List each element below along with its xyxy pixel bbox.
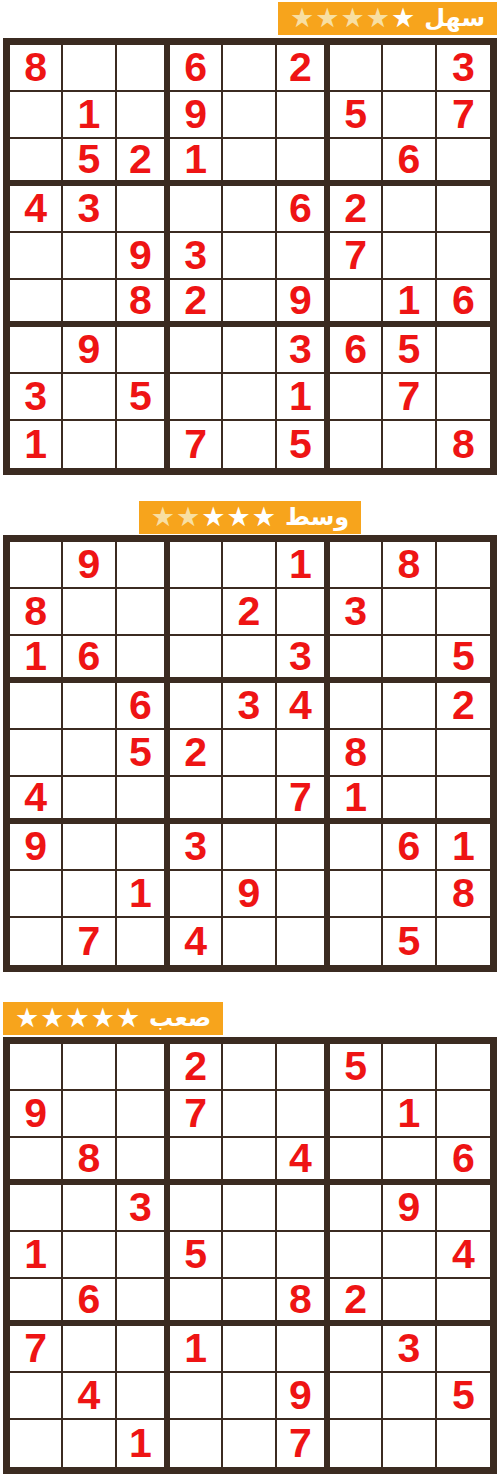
sudoku-cell[interactable] bbox=[383, 233, 436, 280]
sudoku-cell[interactable]: 2 bbox=[330, 186, 383, 233]
sudoku-cell[interactable] bbox=[117, 1326, 170, 1373]
sudoku-cell[interactable] bbox=[223, 636, 276, 683]
sudoku-cell[interactable] bbox=[277, 824, 330, 871]
sudoku-cell[interactable] bbox=[437, 730, 490, 777]
sudoku-cell[interactable]: 4 bbox=[63, 1373, 116, 1420]
sudoku-cell[interactable] bbox=[117, 824, 170, 871]
sudoku-cell[interactable]: 3 bbox=[330, 589, 383, 636]
sudoku-cell[interactable] bbox=[63, 871, 116, 918]
star-icon: ★ bbox=[252, 503, 277, 530]
sudoku-cell[interactable] bbox=[437, 542, 490, 589]
sudoku-cell[interactable] bbox=[223, 1326, 276, 1373]
sudoku-cell[interactable] bbox=[63, 1091, 116, 1138]
sudoku-cell[interactable]: 7 bbox=[277, 777, 330, 824]
star-icon: ★ bbox=[15, 1004, 40, 1031]
sudoku-cell[interactable]: 1 bbox=[10, 1232, 63, 1279]
sudoku-cell[interactable]: 1 bbox=[63, 92, 116, 139]
sudoku-cell[interactable] bbox=[170, 542, 223, 589]
difficulty-label: صعب bbox=[149, 1006, 211, 1030]
sudoku-cell[interactable]: 9 bbox=[63, 327, 116, 374]
sudoku-cell[interactable] bbox=[63, 777, 116, 824]
sudoku-cell[interactable] bbox=[223, 327, 276, 374]
sudoku-cell[interactable] bbox=[277, 589, 330, 636]
sudoku-cell[interactable] bbox=[223, 1138, 276, 1185]
sudoku-cell[interactable] bbox=[277, 1044, 330, 1091]
sudoku-cell[interactable] bbox=[383, 1044, 436, 1091]
sudoku-cell[interactable] bbox=[170, 636, 223, 683]
sudoku-cell[interactable]: 5 bbox=[437, 1373, 490, 1420]
sudoku-cell[interactable] bbox=[223, 280, 276, 327]
sudoku-cell[interactable] bbox=[330, 139, 383, 186]
sudoku-cell[interactable] bbox=[170, 683, 223, 730]
sudoku-cell[interactable] bbox=[117, 636, 170, 683]
sudoku-cell[interactable] bbox=[117, 92, 170, 139]
sudoku-cell[interactable]: 7 bbox=[437, 92, 490, 139]
sudoku-cell[interactable] bbox=[437, 186, 490, 233]
sudoku-cell[interactable]: 3 bbox=[10, 374, 63, 421]
sudoku-cell[interactable] bbox=[10, 139, 63, 186]
sudoku-cell[interactable]: 5 bbox=[330, 1044, 383, 1091]
sudoku-cell[interactable]: 3 bbox=[117, 1185, 170, 1232]
sudoku-cell[interactable] bbox=[330, 871, 383, 918]
sudoku-cell[interactable] bbox=[277, 1326, 330, 1373]
sudoku-cell[interactable]: 6 bbox=[383, 824, 436, 871]
sudoku-cell[interactable]: 5 bbox=[437, 636, 490, 683]
sudoku-cell[interactable] bbox=[223, 92, 276, 139]
sudoku-cell[interactable] bbox=[277, 918, 330, 965]
sudoku-cell[interactable]: 8 bbox=[383, 542, 436, 589]
sudoku-cell[interactable]: 7 bbox=[10, 1326, 63, 1373]
star-icon: ★ bbox=[391, 4, 416, 31]
sudoku-cell[interactable]: 5 bbox=[117, 374, 170, 421]
sudoku-cell[interactable] bbox=[277, 871, 330, 918]
sudoku-cell[interactable]: 9 bbox=[170, 92, 223, 139]
sudoku-cell[interactable]: 6 bbox=[437, 1138, 490, 1185]
sudoku-cell[interactable] bbox=[117, 542, 170, 589]
sudoku-cell[interactable]: 1 bbox=[437, 824, 490, 871]
sudoku-cell[interactable] bbox=[223, 1279, 276, 1326]
sudoku-cell[interactable] bbox=[383, 92, 436, 139]
star-icon: ★ bbox=[176, 503, 201, 530]
sudoku-cell[interactable] bbox=[277, 139, 330, 186]
sudoku-cell[interactable]: 3 bbox=[277, 636, 330, 683]
sudoku-cell[interactable] bbox=[10, 233, 63, 280]
sudoku-grid: 259718463915468271349517 bbox=[3, 1037, 497, 1474]
sudoku-cell[interactable]: 5 bbox=[63, 139, 116, 186]
sudoku-cell[interactable]: 4 bbox=[277, 1138, 330, 1185]
sudoku-cell[interactable] bbox=[437, 1091, 490, 1138]
sudoku-cell[interactable]: 5 bbox=[117, 730, 170, 777]
sudoku-cell[interactable] bbox=[10, 918, 63, 965]
sudoku-cell[interactable]: 7 bbox=[63, 918, 116, 965]
sudoku-cell[interactable] bbox=[330, 636, 383, 683]
star-icon: ★ bbox=[340, 4, 365, 31]
sudoku-cell[interactable] bbox=[170, 589, 223, 636]
sudoku-cell[interactable] bbox=[223, 542, 276, 589]
sudoku-cell[interactable] bbox=[383, 45, 436, 92]
sudoku-cell[interactable] bbox=[383, 871, 436, 918]
sudoku-cell[interactable]: 8 bbox=[117, 280, 170, 327]
sudoku-cell[interactable] bbox=[383, 1420, 436, 1467]
sudoku-cell[interactable] bbox=[437, 1044, 490, 1091]
sudoku-cell[interactable] bbox=[330, 1232, 383, 1279]
sudoku-cell[interactable]: 3 bbox=[437, 45, 490, 92]
sudoku-cell[interactable] bbox=[10, 1138, 63, 1185]
sudoku-cell[interactable]: 2 bbox=[437, 683, 490, 730]
sudoku-cell[interactable]: 2 bbox=[170, 280, 223, 327]
sudoku-cell[interactable] bbox=[330, 683, 383, 730]
sudoku-cell[interactable] bbox=[330, 1326, 383, 1373]
sudoku-cell[interactable] bbox=[170, 1185, 223, 1232]
sudoku-cell[interactable] bbox=[437, 918, 490, 965]
star-icon: ★ bbox=[290, 4, 315, 31]
sudoku-cell[interactable]: 1 bbox=[10, 421, 63, 468]
sudoku-cell[interactable]: 2 bbox=[170, 1044, 223, 1091]
sudoku-cell[interactable] bbox=[437, 1185, 490, 1232]
sudoku-cell[interactable] bbox=[63, 233, 116, 280]
sudoku-cell[interactable] bbox=[437, 1326, 490, 1373]
sudoku-cell[interactable]: 7 bbox=[330, 233, 383, 280]
sudoku-cell[interactable] bbox=[277, 233, 330, 280]
sudoku-cell[interactable] bbox=[10, 1279, 63, 1326]
sudoku-cell[interactable] bbox=[383, 1373, 436, 1420]
sudoku-cell[interactable]: 8 bbox=[63, 1138, 116, 1185]
sudoku-cell[interactable] bbox=[223, 824, 276, 871]
sudoku-cell[interactable] bbox=[330, 374, 383, 421]
star-icon: ★ bbox=[315, 4, 340, 31]
sudoku-cell[interactable]: 3 bbox=[63, 186, 116, 233]
sudoku-cell[interactable] bbox=[10, 730, 63, 777]
sudoku-cell[interactable] bbox=[63, 1326, 116, 1373]
sudoku-cell[interactable] bbox=[117, 1279, 170, 1326]
sudoku-cell[interactable]: 1 bbox=[277, 374, 330, 421]
sudoku-cell[interactable]: 3 bbox=[223, 683, 276, 730]
sudoku-cell[interactable] bbox=[63, 589, 116, 636]
sudoku-cell[interactable] bbox=[170, 1420, 223, 1467]
sudoku-cell[interactable] bbox=[223, 1232, 276, 1279]
sudoku-cell[interactable] bbox=[10, 1044, 63, 1091]
sudoku-cell[interactable] bbox=[223, 1091, 276, 1138]
sudoku-cell[interactable]: 1 bbox=[383, 280, 436, 327]
sudoku-cell[interactable]: 2 bbox=[117, 139, 170, 186]
sudoku-cell[interactable] bbox=[277, 1091, 330, 1138]
sudoku-cell[interactable]: 6 bbox=[277, 186, 330, 233]
star-icon: ★ bbox=[40, 1004, 65, 1031]
sudoku-cell[interactable] bbox=[117, 1044, 170, 1091]
sudoku-cell[interactable] bbox=[170, 327, 223, 374]
sudoku-cell[interactable] bbox=[383, 683, 436, 730]
sudoku-cell[interactable] bbox=[330, 45, 383, 92]
sudoku-cell[interactable] bbox=[223, 1373, 276, 1420]
sudoku-cell[interactable] bbox=[63, 374, 116, 421]
sudoku-cell[interactable] bbox=[383, 1138, 436, 1185]
puzzle-section-easy: ★★★★★ سهل 862319575216436293782916936535… bbox=[0, 2, 500, 475]
sudoku-cell[interactable] bbox=[437, 1279, 490, 1326]
sudoku-cell[interactable]: 9 bbox=[383, 1185, 436, 1232]
sudoku-cell[interactable]: 6 bbox=[330, 327, 383, 374]
sudoku-cell[interactable] bbox=[117, 777, 170, 824]
sudoku-cell[interactable] bbox=[63, 421, 116, 468]
sudoku-cell[interactable] bbox=[10, 542, 63, 589]
sudoku-cell[interactable] bbox=[330, 1185, 383, 1232]
sudoku-grid: 862319575216436293782916936535171758 bbox=[3, 38, 497, 475]
sudoku-cell[interactable] bbox=[383, 777, 436, 824]
sudoku-cell[interactable] bbox=[170, 777, 223, 824]
sudoku-cell[interactable]: 5 bbox=[330, 92, 383, 139]
sudoku-cell[interactable] bbox=[383, 421, 436, 468]
difficulty-label: سهل bbox=[424, 6, 485, 30]
sudoku-cell[interactable] bbox=[10, 871, 63, 918]
sudoku-cell[interactable] bbox=[10, 683, 63, 730]
sudoku-cell[interactable]: 2 bbox=[170, 730, 223, 777]
sudoku-cell[interactable] bbox=[383, 589, 436, 636]
sudoku-cell[interactable] bbox=[117, 1138, 170, 1185]
sudoku-cell[interactable] bbox=[63, 1044, 116, 1091]
badge-row-hard: ★★★★★ صعب bbox=[0, 1002, 500, 1035]
sudoku-cell[interactable] bbox=[63, 1232, 116, 1279]
sudoku-cell[interactable]: 3 bbox=[277, 327, 330, 374]
sudoku-cell[interactable] bbox=[117, 1373, 170, 1420]
star-icon: ★ bbox=[201, 503, 226, 530]
sudoku-cell[interactable]: 9 bbox=[223, 871, 276, 918]
sudoku-cell[interactable] bbox=[330, 1138, 383, 1185]
sudoku-cell[interactable]: 1 bbox=[383, 1091, 436, 1138]
sudoku-cell[interactable] bbox=[437, 777, 490, 824]
sudoku-cell[interactable]: 5 bbox=[170, 1232, 223, 1279]
puzzle-section-hard: ★★★★★ صعب 259718463915468271349517 bbox=[0, 1002, 500, 1474]
sudoku-cell[interactable]: 9 bbox=[117, 233, 170, 280]
sudoku-cell[interactable]: 1 bbox=[117, 871, 170, 918]
difficulty-stars: ★★★★★ bbox=[290, 4, 416, 31]
sudoku-cell[interactable] bbox=[383, 1279, 436, 1326]
sudoku-cell[interactable] bbox=[330, 918, 383, 965]
sudoku-cell[interactable] bbox=[277, 1185, 330, 1232]
sudoku-cell[interactable] bbox=[437, 139, 490, 186]
sudoku-cell[interactable] bbox=[223, 1044, 276, 1091]
sudoku-cell[interactable]: 9 bbox=[277, 1373, 330, 1420]
sudoku-cell[interactable] bbox=[223, 1185, 276, 1232]
sudoku-cell[interactable] bbox=[63, 45, 116, 92]
sudoku-cell[interactable]: 6 bbox=[437, 280, 490, 327]
sudoku-cell[interactable] bbox=[10, 1373, 63, 1420]
sudoku-cell[interactable]: 1 bbox=[330, 777, 383, 824]
sudoku-cell[interactable]: 4 bbox=[170, 918, 223, 965]
sudoku-cell[interactable] bbox=[223, 918, 276, 965]
difficulty-badge: ★★★★★ سهل bbox=[278, 2, 497, 35]
sudoku-cell[interactable] bbox=[277, 730, 330, 777]
sudoku-cell[interactable] bbox=[330, 824, 383, 871]
sudoku-cell[interactable]: 9 bbox=[10, 824, 63, 871]
sudoku-cell[interactable] bbox=[63, 1420, 116, 1467]
sudoku-cell[interactable] bbox=[330, 421, 383, 468]
sudoku-cell[interactable]: 2 bbox=[277, 45, 330, 92]
badge-row-easy: ★★★★★ سهل bbox=[0, 2, 500, 35]
sudoku-cell[interactable]: 6 bbox=[170, 45, 223, 92]
sudoku-cell[interactable] bbox=[223, 1420, 276, 1467]
sudoku-cell[interactable] bbox=[117, 1091, 170, 1138]
sudoku-cell[interactable] bbox=[117, 589, 170, 636]
sudoku-cell[interactable]: 3 bbox=[170, 824, 223, 871]
sudoku-cell[interactable]: 1 bbox=[170, 1326, 223, 1373]
sudoku-cell[interactable]: 2 bbox=[330, 1279, 383, 1326]
sudoku-cell[interactable]: 4 bbox=[437, 1232, 490, 1279]
sudoku-cell[interactable] bbox=[437, 327, 490, 374]
sudoku-cell[interactable] bbox=[10, 327, 63, 374]
sudoku-cell[interactable] bbox=[117, 45, 170, 92]
sudoku-cell[interactable] bbox=[223, 186, 276, 233]
sudoku-cell[interactable] bbox=[330, 280, 383, 327]
sudoku-cell[interactable]: 1 bbox=[117, 1420, 170, 1467]
sudoku-cell[interactable]: 6 bbox=[383, 139, 436, 186]
sudoku-cell[interactable] bbox=[437, 589, 490, 636]
sudoku-cell[interactable]: 5 bbox=[383, 918, 436, 965]
sudoku-cell[interactable]: 8 bbox=[437, 421, 490, 468]
difficulty-badge: ★★★★★ صعب bbox=[3, 1002, 223, 1035]
sudoku-cell[interactable] bbox=[170, 186, 223, 233]
sudoku-cell[interactable]: 1 bbox=[170, 139, 223, 186]
sudoku-cell[interactable]: 8 bbox=[10, 45, 63, 92]
star-icon: ★ bbox=[91, 1004, 116, 1031]
sudoku-cell[interactable] bbox=[170, 1138, 223, 1185]
sudoku-cell[interactable] bbox=[223, 45, 276, 92]
sudoku-cell[interactable]: 8 bbox=[330, 730, 383, 777]
sudoku-cell[interactable] bbox=[437, 1420, 490, 1467]
sudoku-cell[interactable] bbox=[277, 1232, 330, 1279]
sudoku-cell[interactable]: 8 bbox=[437, 871, 490, 918]
sudoku-cell[interactable] bbox=[63, 683, 116, 730]
sudoku-cell[interactable] bbox=[383, 1232, 436, 1279]
sudoku-cell[interactable] bbox=[10, 92, 63, 139]
sudoku-cell[interactable] bbox=[223, 139, 276, 186]
sudoku-cell[interactable]: 3 bbox=[383, 1326, 436, 1373]
sudoku-cell[interactable] bbox=[437, 233, 490, 280]
sudoku-cell[interactable] bbox=[170, 1373, 223, 1420]
sudoku-cell[interactable] bbox=[330, 1091, 383, 1138]
difficulty-label: وسط bbox=[285, 505, 349, 529]
sudoku-cell[interactable]: 5 bbox=[277, 421, 330, 468]
sudoku-cell[interactable] bbox=[117, 1232, 170, 1279]
sudoku-cell[interactable] bbox=[170, 374, 223, 421]
sudoku-cell[interactable] bbox=[117, 327, 170, 374]
sudoku-cell[interactable] bbox=[330, 1420, 383, 1467]
sudoku-grid: 918823163563425284719361198745 bbox=[3, 535, 497, 972]
badge-row-medium: ★★★★★ وسط bbox=[0, 501, 500, 534]
sudoku-cell[interactable] bbox=[437, 374, 490, 421]
sudoku-cell[interactable]: 7 bbox=[277, 1420, 330, 1467]
sudoku-cell[interactable]: 2 bbox=[223, 589, 276, 636]
sudoku-cell[interactable] bbox=[223, 421, 276, 468]
sudoku-cell[interactable] bbox=[383, 730, 436, 777]
sudoku-cell[interactable]: 6 bbox=[63, 636, 116, 683]
sudoku-cell[interactable] bbox=[223, 777, 276, 824]
sudoku-cell[interactable] bbox=[117, 918, 170, 965]
star-icon: ★ bbox=[65, 1004, 90, 1031]
sudoku-cell[interactable]: 4 bbox=[277, 683, 330, 730]
sudoku-sheet: ★★★★★ سهل 862319575216436293782916936535… bbox=[0, 0, 500, 1476]
sudoku-cell[interactable]: 9 bbox=[63, 542, 116, 589]
sudoku-cell[interactable] bbox=[383, 636, 436, 683]
sudoku-cell[interactable]: 9 bbox=[277, 280, 330, 327]
sudoku-cell[interactable]: 3 bbox=[170, 233, 223, 280]
sudoku-cell[interactable]: 7 bbox=[383, 374, 436, 421]
sudoku-cell[interactable] bbox=[170, 1279, 223, 1326]
star-icon: ★ bbox=[116, 1004, 141, 1031]
sudoku-cell[interactable] bbox=[63, 824, 116, 871]
sudoku-cell[interactable]: 1 bbox=[277, 542, 330, 589]
sudoku-cell[interactable] bbox=[117, 186, 170, 233]
sudoku-cell[interactable] bbox=[63, 730, 116, 777]
sudoku-cell[interactable]: 8 bbox=[10, 589, 63, 636]
sudoku-cell[interactable] bbox=[10, 1420, 63, 1467]
sudoku-cell[interactable]: 1 bbox=[10, 636, 63, 683]
sudoku-cell[interactable]: 4 bbox=[10, 186, 63, 233]
star-icon: ★ bbox=[151, 503, 176, 530]
sudoku-cell[interactable] bbox=[63, 280, 116, 327]
sudoku-cell[interactable] bbox=[63, 1185, 116, 1232]
sudoku-cell[interactable]: 5 bbox=[383, 327, 436, 374]
sudoku-cell[interactable]: 8 bbox=[277, 1279, 330, 1326]
sudoku-cell[interactable] bbox=[223, 730, 276, 777]
difficulty-badge: ★★★★★ وسط bbox=[139, 501, 361, 534]
star-icon: ★ bbox=[366, 4, 391, 31]
puzzle-section-medium: ★★★★★ وسط 918823163563425284719361198745 bbox=[0, 501, 500, 972]
sudoku-cell[interactable]: 6 bbox=[117, 683, 170, 730]
sudoku-cell[interactable] bbox=[223, 233, 276, 280]
sudoku-cell[interactable] bbox=[383, 186, 436, 233]
sudoku-cell[interactable]: 9 bbox=[10, 1091, 63, 1138]
sudoku-cell[interactable]: 6 bbox=[63, 1279, 116, 1326]
sudoku-cell[interactable] bbox=[223, 374, 276, 421]
sudoku-cell[interactable] bbox=[10, 1185, 63, 1232]
sudoku-cell[interactable] bbox=[330, 542, 383, 589]
sudoku-cell[interactable] bbox=[10, 280, 63, 327]
difficulty-stars: ★★★★★ bbox=[15, 1004, 141, 1031]
sudoku-cell[interactable]: 7 bbox=[170, 421, 223, 468]
sudoku-cell[interactable]: 7 bbox=[170, 1091, 223, 1138]
sudoku-cell[interactable]: 4 bbox=[10, 777, 63, 824]
sudoku-cell[interactable] bbox=[170, 871, 223, 918]
sudoku-cell[interactable] bbox=[277, 92, 330, 139]
star-icon: ★ bbox=[227, 503, 252, 530]
difficulty-stars: ★★★★★ bbox=[151, 503, 277, 530]
sudoku-cell[interactable] bbox=[330, 1373, 383, 1420]
sudoku-cell[interactable] bbox=[117, 421, 170, 468]
